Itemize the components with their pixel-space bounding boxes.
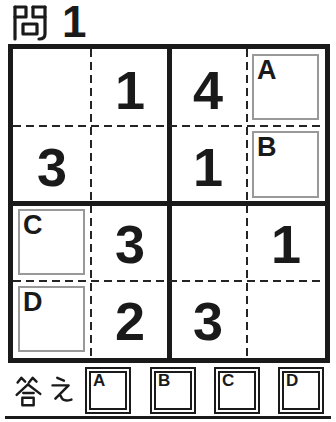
answer-input-inner: C: [218, 371, 256, 410]
kanji-mon-glyph: [10, 3, 50, 41]
given-digit: 4: [193, 59, 223, 117]
answer-cell-label: C: [23, 210, 43, 241]
answer-cell-D[interactable]: D: [18, 286, 85, 352]
cell-r1c3: 4: [169, 49, 247, 126]
answer-cell-label: D: [23, 287, 43, 318]
given-digit: 3: [193, 290, 223, 348]
answer-cell-label: B: [257, 132, 277, 163]
cell-r4c2: 2: [91, 281, 169, 358]
answer-box-label: B: [158, 372, 170, 391]
cell-r4c4: [247, 281, 325, 358]
cell-r2c4: B: [247, 126, 325, 203]
cell-r1c4: A: [247, 49, 325, 126]
answer-input-box-C[interactable]: C: [214, 367, 260, 414]
answer-box-label: D: [286, 372, 298, 391]
puzzle-title: 1: [10, 3, 86, 41]
divider-line: [5, 416, 331, 419]
answer-input-inner: D: [282, 371, 320, 410]
answer-input-inner: B: [154, 371, 192, 410]
cell-r2c3: 1: [169, 126, 247, 203]
answer-box-label: A: [93, 372, 105, 391]
given-digit: 1: [115, 59, 145, 117]
sudoku-worksheet: 1 1 4 A 3 1 B C: [0, 0, 336, 422]
answer-box-label: C: [222, 372, 234, 391]
sudoku-board: 1 4 A 3 1 B C 3: [8, 44, 330, 363]
cell-r4c1: D: [13, 281, 91, 358]
given-digit: 1: [193, 136, 223, 194]
puzzle-number: 1: [62, 3, 86, 41]
given-digit: 1: [271, 213, 301, 271]
given-digit: 3: [37, 136, 67, 194]
answer-cell-B[interactable]: B: [252, 131, 319, 197]
answer-input-inner: A: [89, 371, 127, 410]
answer-label: [13, 375, 77, 409]
answer-cell-C[interactable]: C: [18, 209, 85, 275]
cell-r3c2: 3: [91, 204, 169, 281]
given-digit: 3: [115, 213, 145, 271]
cell-r3c4: 1: [247, 204, 325, 281]
answer-input-box-A[interactable]: A: [85, 367, 131, 414]
cell-r3c3: [169, 204, 247, 281]
answer-cell-label: A: [257, 55, 277, 86]
cell-r2c1: 3: [13, 126, 91, 203]
cell-r1c1: [13, 49, 91, 126]
cell-r3c1: C: [13, 204, 91, 281]
answer-input-box-D[interactable]: D: [278, 367, 324, 414]
answer-input-box-B[interactable]: B: [150, 367, 196, 414]
cell-r1c2: 1: [91, 49, 169, 126]
kanji-kotae-glyph: [13, 375, 77, 409]
answer-cell-A[interactable]: A: [252, 54, 319, 120]
cell-r2c2: [91, 126, 169, 203]
cell-r4c3: 3: [169, 281, 247, 358]
given-digit: 2: [115, 290, 145, 348]
